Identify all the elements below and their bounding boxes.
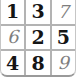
sudoku-cell-r1c2[interactable]: 5 bbox=[52, 26, 75, 50]
sudoku-cell-r1c0[interactable]: 6 bbox=[1, 26, 24, 50]
sudoku-grid: 137625489 bbox=[1, 0, 75, 75]
sudoku-board: 137625489 bbox=[0, 0, 76, 77]
sudoku-cell-r1c1[interactable]: 2 bbox=[26, 26, 49, 50]
sudoku-cell-r0c2[interactable]: 7 bbox=[52, 0, 75, 24]
sudoku-cell-r0c1[interactable]: 3 bbox=[26, 0, 49, 24]
sudoku-cell-r2c1[interactable]: 8 bbox=[26, 51, 49, 75]
sudoku-cell-r2c0[interactable]: 4 bbox=[1, 51, 24, 75]
sudoku-cell-r0c0[interactable]: 1 bbox=[1, 0, 24, 24]
sudoku-cell-r2c2[interactable]: 9 bbox=[52, 51, 75, 75]
